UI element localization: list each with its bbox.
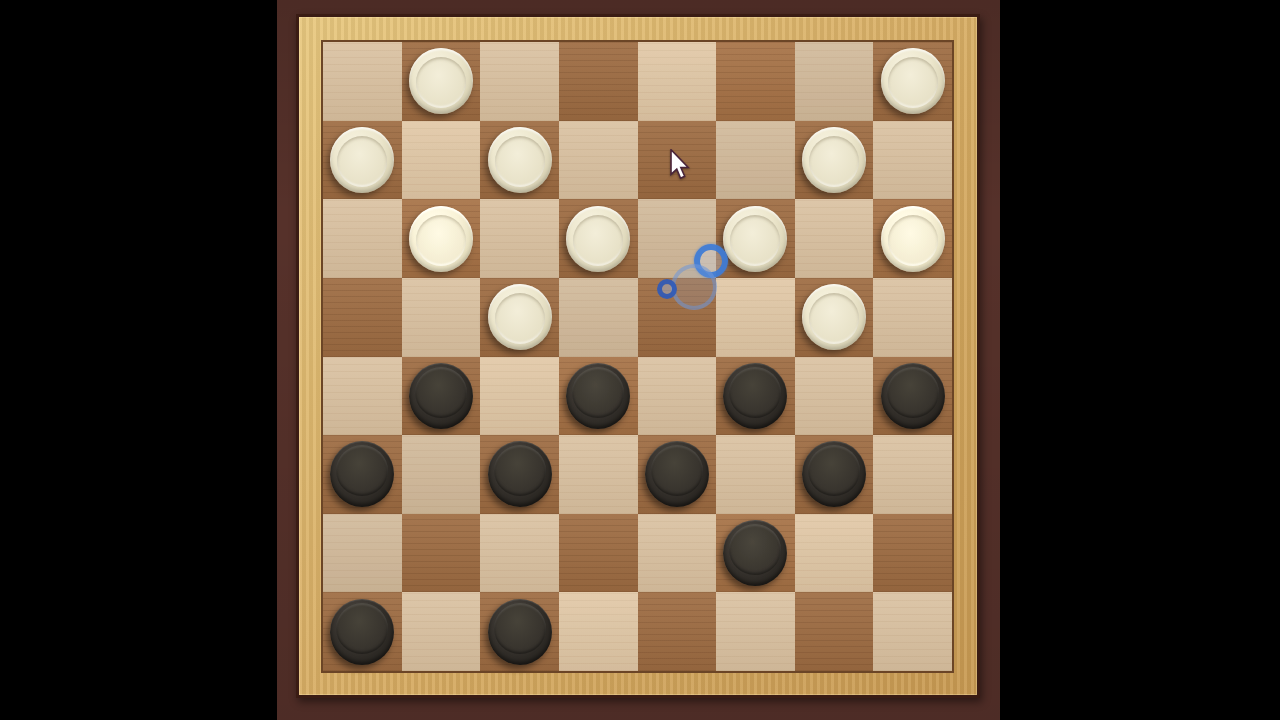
board-square-r5c1[interactable] xyxy=(323,357,402,436)
white-checker-piece[interactable] xyxy=(723,206,787,272)
board-square-r3c5[interactable] xyxy=(638,199,717,278)
board-square-r7c1[interactable] xyxy=(323,514,402,593)
black-checker-piece[interactable] xyxy=(488,599,552,665)
board-square-r1c1[interactable] xyxy=(323,42,402,121)
board-square-r3c7[interactable] xyxy=(795,199,874,278)
board-square-r5c6[interactable] xyxy=(716,357,795,436)
board-square-r3c4[interactable] xyxy=(559,199,638,278)
checkers-board[interactable] xyxy=(321,40,954,673)
board-square-r3c2[interactable] xyxy=(402,199,481,278)
board-square-r7c8[interactable] xyxy=(873,514,952,593)
board-square-r8c8[interactable] xyxy=(873,592,952,671)
black-checker-piece[interactable] xyxy=(723,520,787,586)
board-square-r8c5[interactable] xyxy=(638,592,717,671)
board-square-r5c7[interactable] xyxy=(795,357,874,436)
board-square-r2c5[interactable] xyxy=(638,121,717,200)
board-square-r5c3[interactable] xyxy=(480,357,559,436)
board-square-r6c7[interactable] xyxy=(795,435,874,514)
board-square-r1c4[interactable] xyxy=(559,42,638,121)
white-checker-piece[interactable] xyxy=(802,284,866,350)
board-square-r6c2[interactable] xyxy=(402,435,481,514)
black-checker-piece[interactable] xyxy=(802,441,866,507)
board-square-r8c1[interactable] xyxy=(323,592,402,671)
board-square-r4c2[interactable] xyxy=(402,278,481,357)
board-square-r4c7[interactable] xyxy=(795,278,874,357)
black-checker-piece[interactable] xyxy=(723,363,787,429)
black-checker-piece[interactable] xyxy=(330,599,394,665)
board-square-r8c3[interactable] xyxy=(480,592,559,671)
white-checker-piece[interactable] xyxy=(409,48,473,114)
board-square-r3c6[interactable] xyxy=(716,199,795,278)
black-checker-piece[interactable] xyxy=(330,441,394,507)
black-checker-piece[interactable] xyxy=(881,363,945,429)
board-square-r7c3[interactable] xyxy=(480,514,559,593)
board-square-r8c7[interactable] xyxy=(795,592,874,671)
white-checker-piece[interactable] xyxy=(330,127,394,193)
board-square-r2c6[interactable] xyxy=(716,121,795,200)
board-square-r2c7[interactable] xyxy=(795,121,874,200)
board-square-r7c4[interactable] xyxy=(559,514,638,593)
black-checker-piece[interactable] xyxy=(409,363,473,429)
board-square-r1c6[interactable] xyxy=(716,42,795,121)
board-square-r5c4[interactable] xyxy=(559,357,638,436)
board-square-r1c3[interactable] xyxy=(480,42,559,121)
board-square-r1c7[interactable] xyxy=(795,42,874,121)
board-square-r1c5[interactable] xyxy=(638,42,717,121)
board-square-r4c3[interactable] xyxy=(480,278,559,357)
board-square-r2c3[interactable] xyxy=(480,121,559,200)
board-square-r4c8[interactable] xyxy=(873,278,952,357)
board-square-r3c1[interactable] xyxy=(323,199,402,278)
white-checker-piece[interactable] xyxy=(488,127,552,193)
black-checker-piece[interactable] xyxy=(488,441,552,507)
black-checker-piece[interactable] xyxy=(566,363,630,429)
black-checker-piece[interactable] xyxy=(645,441,709,507)
board-square-r7c7[interactable] xyxy=(795,514,874,593)
board-square-r4c5[interactable] xyxy=(638,278,717,357)
board-square-r6c6[interactable] xyxy=(716,435,795,514)
board-square-r7c5[interactable] xyxy=(638,514,717,593)
white-checker-piece[interactable] xyxy=(802,127,866,193)
board-square-r5c2[interactable] xyxy=(402,357,481,436)
board-square-r1c8[interactable] xyxy=(873,42,952,121)
board-square-r3c3[interactable] xyxy=(480,199,559,278)
board-square-r6c5[interactable] xyxy=(638,435,717,514)
board-square-r6c1[interactable] xyxy=(323,435,402,514)
board-square-r5c5[interactable] xyxy=(638,357,717,436)
board-square-r3c8[interactable] xyxy=(873,199,952,278)
board-square-r6c8[interactable] xyxy=(873,435,952,514)
white-checker-piece[interactable] xyxy=(488,284,552,350)
board-square-r7c2[interactable] xyxy=(402,514,481,593)
board-square-r2c8[interactable] xyxy=(873,121,952,200)
board-square-r2c2[interactable] xyxy=(402,121,481,200)
board-square-r5c8[interactable] xyxy=(873,357,952,436)
white-checker-piece[interactable] xyxy=(409,206,473,272)
board-square-r8c4[interactable] xyxy=(559,592,638,671)
board-square-r1c2[interactable] xyxy=(402,42,481,121)
board-square-r6c3[interactable] xyxy=(480,435,559,514)
board-square-r8c2[interactable] xyxy=(402,592,481,671)
board-square-r7c6[interactable] xyxy=(716,514,795,593)
board-square-r2c4[interactable] xyxy=(559,121,638,200)
white-checker-piece[interactable] xyxy=(881,206,945,272)
board-square-r4c1[interactable] xyxy=(323,278,402,357)
board-square-r4c4[interactable] xyxy=(559,278,638,357)
board-square-r4c6[interactable] xyxy=(716,278,795,357)
board-square-r6c4[interactable] xyxy=(559,435,638,514)
white-checker-piece[interactable] xyxy=(881,48,945,114)
board-square-r2c1[interactable] xyxy=(323,121,402,200)
white-checker-piece[interactable] xyxy=(566,206,630,272)
screen xyxy=(0,0,1280,720)
board-square-r8c6[interactable] xyxy=(716,592,795,671)
